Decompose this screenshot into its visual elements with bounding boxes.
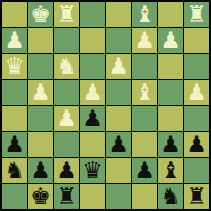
square-b7[interactable]: ♝ xyxy=(158,158,183,183)
black-pawn-icon: ♟ xyxy=(186,132,207,157)
white-queen-icon: ♛ xyxy=(4,54,25,79)
square-a8[interactable]: ♜ xyxy=(184,184,209,209)
square-a5[interactable] xyxy=(184,106,209,131)
square-b5[interactable] xyxy=(158,106,183,131)
white-pawn-icon: ♟ xyxy=(30,80,51,105)
square-c2[interactable]: ♟ xyxy=(132,28,157,53)
black-pawn-icon: ♟ xyxy=(30,158,51,183)
square-e4[interactable]: ♟ xyxy=(80,80,105,105)
square-a1[interactable]: ♜ xyxy=(184,2,209,27)
square-h2[interactable]: ♟ xyxy=(2,28,27,53)
black-pawn-icon: ♟ xyxy=(56,158,77,183)
square-b4[interactable] xyxy=(158,80,183,105)
square-f5[interactable]: ♟ xyxy=(54,106,79,131)
white-king-icon: ♚ xyxy=(30,2,51,27)
white-pawn-icon: ♟ xyxy=(108,54,129,79)
square-c5[interactable] xyxy=(132,106,157,131)
square-b6[interactable]: ♟ xyxy=(158,132,183,157)
square-f3[interactable]: ♞ xyxy=(54,54,79,79)
square-h3[interactable]: ♛ xyxy=(2,54,27,79)
white-pawn-icon: ♟ xyxy=(82,80,103,105)
square-d2[interactable] xyxy=(106,28,131,53)
white-bishop-icon: ♝ xyxy=(134,2,155,27)
square-g1[interactable]: ♚ xyxy=(28,2,53,27)
white-rook-icon: ♜ xyxy=(56,2,77,27)
square-c8[interactable] xyxy=(132,184,157,209)
square-d6[interactable]: ♟ xyxy=(106,132,131,157)
black-pawn-icon: ♟ xyxy=(108,132,129,157)
black-rook-icon: ♜ xyxy=(56,184,77,209)
black-knight-icon: ♞ xyxy=(160,184,181,209)
square-c6[interactable] xyxy=(132,132,157,157)
black-bishop-icon: ♝ xyxy=(160,158,181,183)
square-f6[interactable] xyxy=(54,132,79,157)
square-g4[interactable]: ♟ xyxy=(28,80,53,105)
white-pawn-icon: ♟ xyxy=(4,28,25,53)
square-h8[interactable] xyxy=(2,184,27,209)
square-d4[interactable] xyxy=(106,80,131,105)
square-h1[interactable] xyxy=(2,2,27,27)
black-pawn-icon: ♟ xyxy=(82,106,103,131)
black-queen-icon: ♛ xyxy=(82,158,103,183)
square-e8[interactable] xyxy=(80,184,105,209)
square-h6[interactable]: ♟ xyxy=(2,132,27,157)
square-a7[interactable] xyxy=(184,158,209,183)
black-king-icon: ♚ xyxy=(30,184,51,209)
square-a2[interactable] xyxy=(184,28,209,53)
chess-board: ♚♜♝♜♟♟♟♛♞♟♟♟♝♟♟♟♟♟♟♟♞♟♟♛♟♝♚♜♞♜ xyxy=(0,0,211,211)
square-c4[interactable]: ♝ xyxy=(132,80,157,105)
square-d8[interactable] xyxy=(106,184,131,209)
white-pawn-icon: ♟ xyxy=(56,106,77,131)
square-h7[interactable]: ♞ xyxy=(2,158,27,183)
white-pawn-icon: ♟ xyxy=(186,80,207,105)
square-f1[interactable]: ♜ xyxy=(54,2,79,27)
square-e7[interactable]: ♛ xyxy=(80,158,105,183)
square-f7[interactable]: ♟ xyxy=(54,158,79,183)
white-knight-icon: ♞ xyxy=(56,54,77,79)
square-d1[interactable] xyxy=(106,2,131,27)
square-d5[interactable] xyxy=(106,106,131,131)
white-rook-icon: ♜ xyxy=(186,2,207,27)
black-pawn-icon: ♟ xyxy=(134,158,155,183)
square-a6[interactable]: ♟ xyxy=(184,132,209,157)
square-d7[interactable] xyxy=(106,158,131,183)
square-b3[interactable] xyxy=(158,54,183,79)
square-g2[interactable] xyxy=(28,28,53,53)
white-pawn-icon: ♟ xyxy=(134,28,155,53)
square-h5[interactable] xyxy=(2,106,27,131)
black-rook-icon: ♜ xyxy=(186,184,207,209)
white-bishop-icon: ♝ xyxy=(134,80,155,105)
square-e1[interactable] xyxy=(80,2,105,27)
square-b1[interactable] xyxy=(158,2,183,27)
square-f4[interactable] xyxy=(54,80,79,105)
square-a4[interactable]: ♟ xyxy=(184,80,209,105)
square-e2[interactable] xyxy=(80,28,105,53)
square-b8[interactable]: ♞ xyxy=(158,184,183,209)
square-h4[interactable] xyxy=(2,80,27,105)
white-pawn-icon: ♟ xyxy=(160,28,181,53)
square-g8[interactable]: ♚ xyxy=(28,184,53,209)
square-c3[interactable] xyxy=(132,54,157,79)
square-b2[interactable]: ♟ xyxy=(158,28,183,53)
black-pawn-icon: ♟ xyxy=(160,132,181,157)
square-g6[interactable] xyxy=(28,132,53,157)
square-f2[interactable] xyxy=(54,28,79,53)
square-c1[interactable]: ♝ xyxy=(132,2,157,27)
square-c7[interactable]: ♟ xyxy=(132,158,157,183)
square-g7[interactable]: ♟ xyxy=(28,158,53,183)
square-f8[interactable]: ♜ xyxy=(54,184,79,209)
square-e3[interactable] xyxy=(80,54,105,79)
black-pawn-icon: ♟ xyxy=(4,132,25,157)
square-e6[interactable] xyxy=(80,132,105,157)
square-g5[interactable] xyxy=(28,106,53,131)
square-a3[interactable] xyxy=(184,54,209,79)
square-d3[interactable]: ♟ xyxy=(106,54,131,79)
black-knight-icon: ♞ xyxy=(4,158,25,183)
square-g3[interactable] xyxy=(28,54,53,79)
square-e5[interactable]: ♟ xyxy=(80,106,105,131)
